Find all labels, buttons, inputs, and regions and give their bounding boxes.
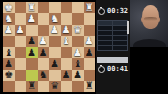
square-c8[interactable]	[61, 81, 73, 92]
square-g6[interactable]	[15, 58, 27, 69]
square-a8[interactable]: ♜	[84, 81, 96, 92]
square-g1[interactable]	[15, 2, 27, 13]
white-knight-h2: ♞	[4, 14, 13, 24]
square-a3[interactable]	[84, 25, 96, 36]
square-d4[interactable]	[49, 36, 61, 47]
square-c7[interactable]: ♟	[61, 70, 73, 81]
white-bishop-c4: ♝	[62, 36, 71, 46]
square-h4[interactable]	[3, 36, 15, 47]
square-h5[interactable]: ♝	[3, 47, 15, 58]
top-clock-time: 00:32	[107, 7, 128, 15]
brow-shadow	[144, 17, 157, 21]
square-c6[interactable]	[61, 58, 73, 69]
square-g5[interactable]	[15, 47, 27, 58]
move-table-cell	[98, 41, 113, 45]
stopwatch-icon	[98, 8, 105, 15]
selected-move-bar[interactable]	[97, 57, 128, 63]
black-pawn-f5: ♟	[27, 48, 36, 58]
square-f1[interactable]: ♜	[26, 2, 38, 13]
white-rook-a1: ♜	[85, 3, 94, 13]
square-c5[interactable]	[61, 47, 73, 58]
square-g3[interactable]: ♟	[15, 25, 27, 36]
square-e3[interactable]	[38, 25, 50, 36]
bottom-clock: 00:41	[98, 65, 128, 73]
square-b7[interactable]: ♟	[72, 70, 84, 81]
square-e8[interactable]	[38, 81, 50, 92]
square-b8[interactable]	[72, 81, 84, 92]
square-d2[interactable]: ♞	[49, 13, 61, 24]
move-table-scrollbar[interactable]	[127, 21, 129, 34]
move-table-cell	[98, 31, 113, 35]
square-a6[interactable]	[84, 58, 96, 69]
white-king-h1: ♚	[4, 3, 13, 13]
square-c3[interactable]: ♟	[61, 25, 73, 36]
black-pawn-f4: ♟	[27, 36, 36, 46]
top-clock: 00:32	[98, 7, 128, 15]
white-pawn-h3: ♟	[4, 25, 13, 35]
black-rook-a8: ♜	[85, 81, 94, 91]
square-b2[interactable]	[72, 13, 84, 24]
streamer-shoulders	[133, 39, 166, 47]
webcam-feed	[130, 0, 168, 47]
chess-board: ♚♜♜♞♟♞♟♟♟♟♛♟♟♝♟♝♟♟♟♟♟♟♝♚♞♟♟♜♛♜	[3, 2, 95, 92]
square-f7[interactable]	[26, 70, 38, 81]
square-b5[interactable]: ♟	[72, 47, 84, 58]
white-rook-f1: ♜	[27, 3, 36, 13]
square-g7[interactable]	[15, 70, 27, 81]
square-f5[interactable]: ♟	[26, 47, 38, 58]
black-rook-f8: ♜	[27, 81, 36, 91]
square-e2[interactable]	[38, 13, 50, 24]
move-table-cell	[113, 26, 127, 30]
square-f2[interactable]: ♟	[26, 13, 38, 24]
move-table-cell	[113, 31, 127, 35]
video-frame: ♚♜♜♞♟♞♟♟♟♟♛♟♟♝♟♝♟♟♟♟♟♟♝♚♞♟♟♜♛♜ 00:32 00:…	[0, 0, 168, 94]
square-d1[interactable]	[49, 2, 61, 13]
move-table-cell	[98, 46, 113, 50]
square-h8[interactable]	[3, 81, 15, 92]
white-pawn-d3: ♟	[50, 25, 59, 35]
white-pawn-a4: ♟	[85, 36, 94, 46]
square-a4[interactable]: ♟	[84, 36, 96, 47]
square-e6[interactable]	[38, 58, 50, 69]
square-f8[interactable]: ♜	[26, 81, 38, 92]
square-b3[interactable]: ♛	[72, 25, 84, 36]
square-g8[interactable]	[15, 81, 27, 92]
white-knight-d2: ♞	[50, 14, 59, 24]
stopwatch-icon	[98, 66, 105, 73]
square-e4[interactable]: ♟	[38, 36, 50, 47]
square-e1[interactable]	[38, 2, 50, 13]
square-h3[interactable]: ♟	[3, 25, 15, 36]
black-king-h7: ♚	[4, 70, 13, 80]
square-f3[interactable]	[26, 25, 38, 36]
ear	[157, 17, 160, 22]
black-knight-e7: ♞	[39, 70, 48, 80]
white-pawn-f2: ♟	[27, 14, 36, 24]
square-h2[interactable]: ♞	[3, 13, 15, 24]
square-d7[interactable]	[49, 70, 61, 81]
white-pawn-g3: ♟	[16, 25, 25, 35]
move-table-cell	[98, 21, 113, 25]
black-pawn-a5: ♟	[85, 48, 94, 58]
square-f4[interactable]: ♟	[26, 36, 38, 47]
square-a2[interactable]	[84, 13, 96, 24]
white-pawn-e4: ♟	[39, 36, 48, 46]
white-queen-b3: ♛	[73, 25, 82, 35]
black-queen-d8: ♛	[50, 81, 59, 91]
clock-panel: 00:32 00:41	[96, 0, 130, 94]
white-pawn-c3: ♟	[62, 25, 71, 35]
black-pawn-d6: ♟	[50, 59, 59, 69]
square-b6[interactable]: ♝	[72, 58, 84, 69]
move-table-cell	[113, 41, 127, 45]
square-h1[interactable]: ♚	[3, 2, 15, 13]
square-g4[interactable]	[15, 36, 27, 47]
move-table-cell	[113, 21, 127, 25]
black-pawn-c7: ♟	[62, 70, 71, 80]
square-b1[interactable]	[72, 2, 84, 13]
square-d5[interactable]	[49, 47, 61, 58]
square-b4[interactable]	[72, 36, 84, 47]
black-bishop-h5: ♝	[4, 48, 13, 58]
square-c2[interactable]	[61, 13, 73, 24]
black-pawn-e5: ♟	[39, 48, 48, 58]
streamer-face	[142, 5, 159, 29]
square-d6[interactable]: ♟	[49, 58, 61, 69]
bottom-clock-time: 00:41	[107, 65, 128, 73]
black-bishop-b6: ♝	[73, 59, 82, 69]
white-pawn-b5: ♟	[73, 48, 82, 58]
square-a1[interactable]: ♜	[84, 2, 96, 13]
square-f6[interactable]	[26, 58, 38, 69]
square-d8[interactable]: ♛	[49, 81, 61, 92]
square-c1[interactable]	[61, 2, 73, 13]
square-e5[interactable]: ♟	[38, 47, 50, 58]
move-table-cell	[98, 36, 113, 40]
square-h6[interactable]: ♟	[3, 58, 15, 69]
square-g2[interactable]	[15, 13, 27, 24]
square-a7[interactable]	[84, 70, 96, 81]
black-pawn-h6: ♟	[4, 59, 13, 69]
square-e7[interactable]: ♞	[38, 70, 50, 81]
square-d3[interactable]: ♟	[49, 25, 61, 36]
move-table-cell	[113, 46, 127, 50]
square-h7[interactable]: ♚	[3, 70, 15, 81]
move-table-cell	[113, 36, 127, 40]
square-a5[interactable]: ♟	[84, 47, 96, 58]
move-table[interactable]	[97, 20, 128, 51]
black-pawn-b7: ♟	[73, 70, 82, 80]
move-table-row	[98, 46, 127, 50]
move-table-cell	[98, 26, 113, 30]
square-c4[interactable]: ♝	[61, 36, 73, 47]
